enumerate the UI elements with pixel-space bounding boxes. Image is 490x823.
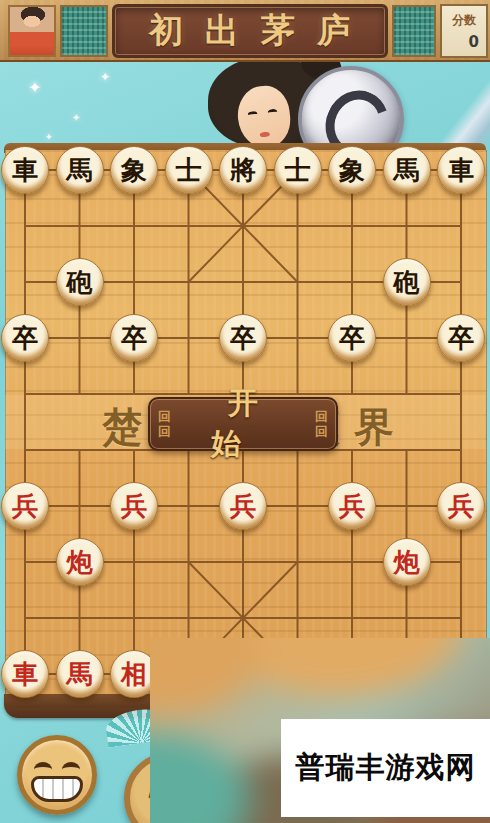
piece-black-r0c1[interactable]: 馬 [56, 146, 104, 194]
piece-black-r0c7[interactable]: 馬 [383, 146, 431, 194]
piece-red-r9c1[interactable]: 馬 [56, 650, 104, 698]
sparkle-icon: ✦ [45, 132, 53, 142]
piece-red-r6c4[interactable]: 兵 [219, 482, 267, 530]
piece-black-r3c0[interactable]: 卒 [1, 314, 49, 362]
piece-red-r6c2[interactable]: 兵 [110, 482, 158, 530]
title-plaque: 初出茅庐 [112, 4, 388, 58]
score-value: 0 [469, 33, 479, 51]
piece-black-r3c4[interactable]: 卒 [219, 314, 267, 362]
piece-black-r2c1[interactable]: 砲 [56, 258, 104, 306]
sparkle-icon: ✦ [72, 112, 80, 123]
smiley-eye [62, 762, 80, 777]
piece-black-r0c3[interactable]: 士 [165, 146, 213, 194]
banner-ornament-left [60, 5, 108, 57]
piece-black-r0c4[interactable]: 將 [219, 146, 267, 194]
scroll-icon: 回 [158, 425, 171, 438]
avatar[interactable] [8, 5, 56, 57]
piece-red-r7c7[interactable]: 炮 [383, 538, 431, 586]
piece-red-r6c8[interactable]: 兵 [437, 482, 485, 530]
piece-black-r3c8[interactable]: 卒 [437, 314, 485, 362]
piece-red-r9c0[interactable]: 車 [1, 650, 49, 698]
start-button-label: 开始 [171, 383, 315, 465]
piece-black-r0c2[interactable]: 象 [110, 146, 158, 194]
banner-ornament-right [392, 5, 436, 57]
watermark-text: 普瑞丰游戏网 [296, 748, 476, 788]
piece-black-r0c8[interactable]: 車 [437, 146, 485, 194]
watermark-box: 普瑞丰游戏网 [281, 719, 490, 817]
header-banner: 初出茅庐 分数 0 [0, 0, 490, 62]
sparkle-icon: ✦ [100, 70, 110, 84]
scroll-icon: 回 [315, 425, 328, 438]
ribbon-decoration [435, 76, 490, 146]
piece-red-r6c6[interactable]: 兵 [328, 482, 376, 530]
piece-red-r6c0[interactable]: 兵 [1, 482, 49, 530]
smiley-eye [34, 762, 52, 777]
piece-black-r0c5[interactable]: 士 [274, 146, 322, 194]
character-eye [247, 111, 258, 119]
score-panel: 分数 0 [440, 4, 488, 58]
game-screen: ✦ ✦ ✦ ✦ 楚河 漢界 車馬象士將士象馬車砲砲卒卒卒卒卒兵兵兵兵兵炮炮車馬相… [0, 0, 490, 823]
emoji-button[interactable] [17, 735, 97, 815]
start-button[interactable]: 回 回 开始 回 回 [148, 397, 338, 451]
piece-black-r0c6[interactable]: 象 [328, 146, 376, 194]
sparkle-icon: ✦ [28, 78, 41, 97]
page-title: 初出茅庐 [127, 8, 373, 54]
character-illustration [150, 60, 490, 152]
scroll-icon: 回 [158, 410, 171, 423]
piece-red-r7c1[interactable]: 炮 [56, 538, 104, 586]
scroll-icon: 回 [315, 410, 328, 423]
character-eye [267, 109, 278, 117]
score-label: 分数 [442, 12, 486, 29]
piece-black-r0c0[interactable]: 車 [1, 146, 49, 194]
scroll-ornament-left: 回 回 [158, 410, 171, 438]
piece-black-r3c6[interactable]: 卒 [328, 314, 376, 362]
piece-black-r3c2[interactable]: 卒 [110, 314, 158, 362]
smiley-mouth [31, 776, 83, 802]
piece-black-r2c7[interactable]: 砲 [383, 258, 431, 306]
scroll-ornament-right: 回 回 [315, 410, 328, 438]
character-lips [260, 131, 270, 137]
